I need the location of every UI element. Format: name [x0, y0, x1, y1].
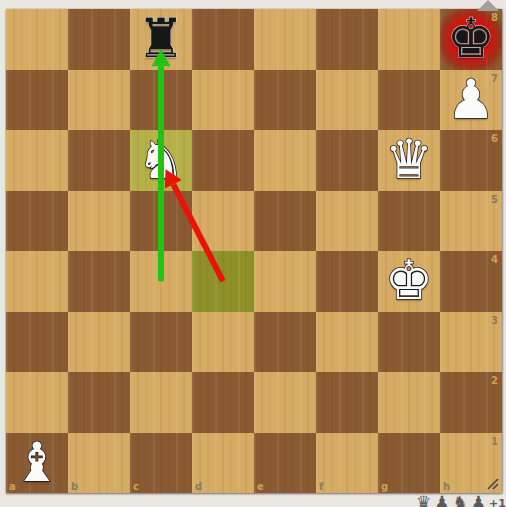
captured-pieces-tray: ♛♟♞♟+11 — [416, 494, 506, 507]
chess-board[interactable]: ♜♚8♟7♞♛65♚432♝abcdefg1h — [6, 9, 502, 493]
square-g4[interactable]: ♚ — [378, 251, 440, 312]
rank-label-3: 3 — [491, 315, 498, 326]
square-f7[interactable] — [316, 70, 378, 131]
square-c5[interactable] — [130, 191, 192, 252]
square-d1[interactable]: d — [192, 433, 254, 494]
piece-white-knight-c6[interactable]: ♞ — [130, 130, 192, 191]
square-g6[interactable]: ♛ — [378, 130, 440, 191]
square-b4[interactable] — [68, 251, 130, 312]
rank-label-6: 6 — [491, 133, 498, 144]
square-e3[interactable] — [254, 312, 316, 373]
square-f2[interactable] — [316, 372, 378, 433]
square-d8[interactable] — [192, 9, 254, 70]
piece-white-pawn-h7[interactable]: ♟ — [440, 70, 502, 131]
square-b6[interactable] — [68, 130, 130, 191]
square-a1[interactable]: ♝a — [6, 433, 68, 494]
square-f4[interactable] — [316, 251, 378, 312]
square-f8[interactable] — [316, 9, 378, 70]
square-e8[interactable] — [254, 9, 316, 70]
square-d2[interactable] — [192, 372, 254, 433]
square-h5[interactable]: 5 — [440, 191, 502, 252]
captured-piece-glyph-0: ♛ — [416, 494, 431, 507]
square-c2[interactable] — [130, 372, 192, 433]
piece-white-bishop-a1[interactable]: ♝ — [6, 433, 68, 494]
rank-label-4: 4 — [491, 254, 498, 265]
square-b1[interactable]: b — [68, 433, 130, 494]
file-label-b: b — [71, 481, 78, 492]
square-a6[interactable] — [6, 130, 68, 191]
square-a2[interactable] — [6, 372, 68, 433]
square-b8[interactable] — [68, 9, 130, 70]
piece-white-king-g4[interactable]: ♚ — [378, 251, 440, 312]
square-e7[interactable] — [254, 70, 316, 131]
square-a5[interactable] — [6, 191, 68, 252]
square-a8[interactable] — [6, 9, 68, 70]
captured-piece-glyph-1: ♟ — [434, 494, 449, 507]
rank-label-1: 1 — [491, 436, 498, 447]
square-c7[interactable] — [130, 70, 192, 131]
square-g3[interactable] — [378, 312, 440, 373]
file-label-h: h — [443, 481, 450, 492]
rank-label-2: 2 — [491, 375, 498, 386]
captured-piece-glyph-2: ♞ — [453, 494, 468, 507]
square-g8[interactable] — [378, 9, 440, 70]
square-h8[interactable]: ♚8 — [440, 9, 502, 70]
square-e2[interactable] — [254, 372, 316, 433]
file-label-c: c — [133, 481, 139, 492]
file-label-e: e — [257, 481, 264, 492]
square-d7[interactable] — [192, 70, 254, 131]
square-f3[interactable] — [316, 312, 378, 373]
square-a7[interactable] — [6, 70, 68, 131]
square-c4[interactable] — [130, 251, 192, 312]
piece-black-king-h8[interactable]: ♚ — [440, 9, 502, 70]
square-b2[interactable] — [68, 372, 130, 433]
captured-piece-glyph-3: ♟ — [471, 494, 486, 507]
file-label-d: d — [195, 481, 202, 492]
square-f1[interactable]: f — [316, 433, 378, 494]
square-c6[interactable]: ♞ — [130, 130, 192, 191]
square-f5[interactable] — [316, 191, 378, 252]
square-g2[interactable] — [378, 372, 440, 433]
piece-black-rook-c8[interactable]: ♜ — [130, 9, 192, 70]
square-d3[interactable] — [192, 312, 254, 373]
square-g1[interactable]: g — [378, 433, 440, 494]
rank-label-5: 5 — [491, 194, 498, 205]
file-label-f: f — [319, 481, 323, 492]
file-label-g: g — [381, 481, 388, 492]
piece-white-queen-g6[interactable]: ♛ — [378, 130, 440, 191]
square-c1[interactable]: c — [130, 433, 192, 494]
square-g5[interactable] — [378, 191, 440, 252]
square-b3[interactable] — [68, 312, 130, 373]
square-c3[interactable] — [130, 312, 192, 373]
square-h3[interactable]: 3 — [440, 312, 502, 373]
square-c8[interactable]: ♜ — [130, 9, 192, 70]
square-e6[interactable] — [254, 130, 316, 191]
material-advantage: +11 — [489, 494, 506, 507]
square-a4[interactable] — [6, 251, 68, 312]
square-b5[interactable] — [68, 191, 130, 252]
square-f6[interactable] — [316, 130, 378, 191]
square-a3[interactable] — [6, 312, 68, 373]
square-e4[interactable] — [254, 251, 316, 312]
square-d5[interactable] — [192, 191, 254, 252]
square-d6[interactable] — [192, 130, 254, 191]
square-d4[interactable] — [192, 251, 254, 312]
chess-app-stage: ♜♚8♟7♞♛65♚432♝abcdefg1h ♛♟♞♟+11 — [0, 0, 506, 507]
square-h6[interactable]: 6 — [440, 130, 502, 191]
square-h7[interactable]: ♟7 — [440, 70, 502, 131]
square-g7[interactable] — [378, 70, 440, 131]
square-e1[interactable]: e — [254, 433, 316, 494]
square-h2[interactable]: 2 — [440, 372, 502, 433]
square-b7[interactable] — [68, 70, 130, 131]
board-resize-handle-icon[interactable] — [486, 477, 499, 490]
square-e5[interactable] — [254, 191, 316, 252]
square-h4[interactable]: 4 — [440, 251, 502, 312]
